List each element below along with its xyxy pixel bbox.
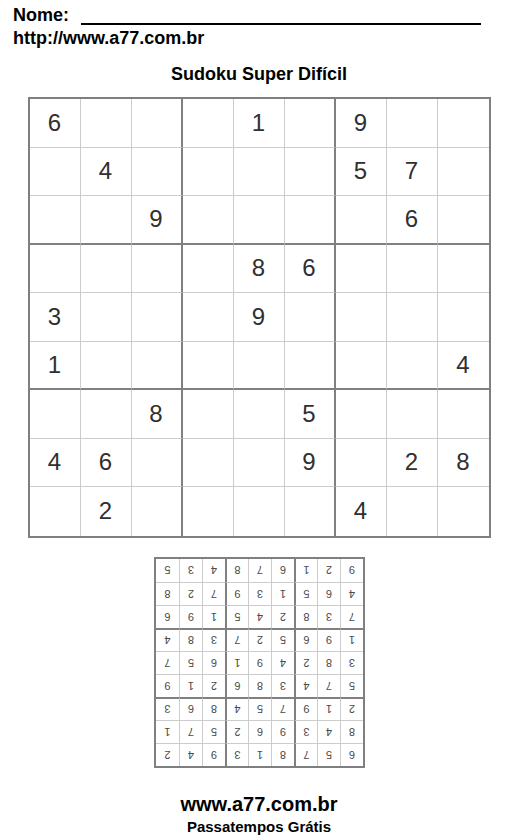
sudoku-cell: 9 [285, 439, 336, 488]
sudoku-cell [132, 293, 183, 342]
solution-cell: 6 [317, 582, 340, 605]
solution-cell: 4 [248, 605, 271, 628]
solution-cell: 3 [340, 651, 363, 674]
sudoku-cell [387, 342, 438, 391]
solution-cell: 5 [294, 582, 317, 605]
sudoku-cell [81, 99, 132, 148]
solution-cell: 1 [202, 605, 225, 628]
solution-cell: 8 [340, 720, 363, 743]
solution-cell: 2 [317, 559, 340, 582]
sudoku-cell [132, 245, 183, 294]
solution-cell: 8 [294, 605, 317, 628]
sudoku-cell: 5 [285, 390, 336, 439]
sudoku-cell [132, 342, 183, 391]
solution-cell: 3 [179, 559, 202, 582]
sudoku-cell [30, 245, 81, 294]
sudoku-cell: 6 [285, 245, 336, 294]
solution-cell: 5 [225, 605, 248, 628]
sudoku-cell: 9 [234, 293, 285, 342]
solution-cell: 9 [248, 651, 271, 674]
sudoku-cell: 6 [81, 439, 132, 488]
solution-cell: 5 [179, 651, 202, 674]
solution-cell: 9 [202, 743, 225, 766]
sudoku-cell [81, 390, 132, 439]
solution-cell: 3 [317, 605, 340, 628]
solution-cell: 2 [225, 720, 248, 743]
sudoku-cell [438, 487, 489, 536]
solution-cell: 9 [340, 559, 363, 582]
sudoku-cell: 6 [387, 196, 438, 245]
solution-cell: 5 [317, 743, 340, 766]
sudoku-cell [81, 342, 132, 391]
sudoku-cell [336, 439, 387, 488]
solution-cell: 2 [179, 582, 202, 605]
footer-tagline: Passatempos Grátis [0, 817, 518, 836]
solution-cell: 4 [271, 651, 294, 674]
solution-cell: 9 [294, 697, 317, 720]
solution-cell: 8 [179, 628, 202, 651]
solution-cell: 7 [271, 697, 294, 720]
solution-cell: 1 [225, 651, 248, 674]
solution-cell: 4 [156, 628, 179, 651]
solution-cell: 2 [248, 628, 271, 651]
sudoku-cell [285, 487, 336, 536]
name-row: Nome: [13, 5, 505, 25]
solution-cell: 5 [156, 559, 179, 582]
solution-cell: 5 [248, 697, 271, 720]
solution-cell: 1 [248, 743, 271, 766]
solution-cell: 9 [156, 674, 179, 697]
sudoku-cell: 4 [81, 148, 132, 197]
sudoku-cell: 9 [132, 196, 183, 245]
solution-cell: 1 [179, 674, 202, 697]
header: Nome: http://www.a77.com.br [0, 0, 518, 49]
sudoku-cell [285, 196, 336, 245]
sudoku-cell [81, 245, 132, 294]
solution-cell: 8 [202, 697, 225, 720]
solution-cell: 9 [317, 628, 340, 651]
sudoku-cell: 8 [438, 439, 489, 488]
sudoku-cell [183, 293, 234, 342]
sudoku-cell [183, 99, 234, 148]
solution-cell: 4 [340, 582, 363, 605]
solution-cell: 6 [179, 697, 202, 720]
sudoku-cell [234, 342, 285, 391]
sudoku-cell [234, 196, 285, 245]
solution-cell: 1 [317, 697, 340, 720]
sudoku-cell [183, 342, 234, 391]
sudoku-cell: 3 [30, 293, 81, 342]
name-label: Nome: [13, 5, 69, 25]
name-blank-line [81, 7, 481, 25]
solution-cell: 2 [156, 743, 179, 766]
sudoku-cell [30, 390, 81, 439]
solution-cell: 8 [225, 559, 248, 582]
solution-cell: 4 [202, 559, 225, 582]
sudoku-cell [336, 342, 387, 391]
sudoku-cell [387, 293, 438, 342]
solution-cell: 4 [225, 697, 248, 720]
sudoku-cell [234, 439, 285, 488]
site-url: http://www.a77.com.br [13, 28, 505, 49]
solution-cell: 6 [340, 743, 363, 766]
sudoku-cell [234, 390, 285, 439]
sudoku-cell [336, 390, 387, 439]
solution-cell: 1 [271, 582, 294, 605]
sudoku-cell [183, 148, 234, 197]
solution-cell: 6 [271, 559, 294, 582]
solution-cell: 7 [202, 582, 225, 605]
sudoku-cell [30, 487, 81, 536]
sudoku-cell: 2 [387, 439, 438, 488]
sudoku-cell: 6 [30, 99, 81, 148]
sudoku-cell: 8 [132, 390, 183, 439]
sudoku-cell [183, 245, 234, 294]
sudoku-cell: 9 [336, 99, 387, 148]
solution-cell: 6 [225, 674, 248, 697]
solution-cell: 6 [202, 651, 225, 674]
sudoku-cell: 5 [336, 148, 387, 197]
solution-cell: 3 [294, 720, 317, 743]
sudoku-cell [234, 487, 285, 536]
sudoku-cell [183, 390, 234, 439]
sudoku-cell [336, 293, 387, 342]
solution-cell: 1 [294, 559, 317, 582]
solution-cell: 2 [271, 605, 294, 628]
solution-cell: 7 [317, 674, 340, 697]
solution-cell: 9 [225, 582, 248, 605]
sudoku-cell [132, 487, 183, 536]
solution-cell: 1 [340, 628, 363, 651]
sudoku-cell [438, 148, 489, 197]
sudoku-cell [183, 487, 234, 536]
sudoku-cell: 2 [81, 487, 132, 536]
sudoku-cell [438, 196, 489, 245]
sudoku-cell: 1 [234, 99, 285, 148]
sudoku-cell: 4 [438, 342, 489, 391]
solution-cell: 5 [271, 628, 294, 651]
sudoku-cell [285, 342, 336, 391]
solution-grid-rotated: 6578139428439625712197548635743862193824… [154, 557, 365, 768]
sudoku-cell [336, 196, 387, 245]
sudoku-cell [387, 390, 438, 439]
solution-cell: 9 [179, 605, 202, 628]
sudoku-cell [132, 148, 183, 197]
sudoku-cell [30, 148, 81, 197]
solution-cell: 8 [248, 674, 271, 697]
solution-cell: 6 [248, 720, 271, 743]
sudoku-cell [438, 245, 489, 294]
sudoku-cell [387, 99, 438, 148]
solution-cell: 3 [225, 743, 248, 766]
sudoku-cell [30, 196, 81, 245]
sudoku-cell [438, 99, 489, 148]
sudoku-cell [438, 390, 489, 439]
solution-cell: 8 [271, 743, 294, 766]
solution-cell: 2 [294, 651, 317, 674]
sudoku-cell [387, 487, 438, 536]
sudoku-cell [336, 245, 387, 294]
solution-cell: 3 [271, 674, 294, 697]
sudoku-cell [132, 439, 183, 488]
sudoku-cell [183, 196, 234, 245]
solution-cell: 6 [156, 605, 179, 628]
sudoku-cell [387, 245, 438, 294]
sudoku-cell [285, 148, 336, 197]
solution-cell: 8 [317, 651, 340, 674]
sudoku-cell [183, 439, 234, 488]
solution-cell: 7 [156, 651, 179, 674]
solution-cell: 3 [248, 582, 271, 605]
solution-cell: 7 [248, 559, 271, 582]
solution-cell: 4 [294, 674, 317, 697]
sudoku-cell: 8 [234, 245, 285, 294]
sudoku-grid: 61945796863914854692824 [28, 97, 491, 538]
sudoku-cell [438, 293, 489, 342]
sudoku-cell: 4 [30, 439, 81, 488]
puzzle-title: Sudoku Super Difícil [0, 64, 518, 85]
sudoku-cell [81, 196, 132, 245]
sudoku-cell: 7 [387, 148, 438, 197]
solution-cell: 5 [340, 674, 363, 697]
solution-cell: 3 [202, 628, 225, 651]
solution-cell: 7 [294, 743, 317, 766]
sudoku-cell: 4 [336, 487, 387, 536]
sudoku-cell [81, 293, 132, 342]
sudoku-cell [234, 148, 285, 197]
solution-cell: 5 [202, 720, 225, 743]
sudoku-cell [285, 99, 336, 148]
solution-cell: 7 [225, 628, 248, 651]
solution-cell: 6 [294, 628, 317, 651]
solution-cell: 4 [317, 720, 340, 743]
solution-cell: 7 [340, 605, 363, 628]
sudoku-cell [132, 99, 183, 148]
solution-cell: 2 [340, 697, 363, 720]
solution-cell: 3 [156, 697, 179, 720]
solution-cell: 8 [156, 582, 179, 605]
solution-cell: 7 [179, 720, 202, 743]
page: Nome: http://www.a77.com.br Sudoku Super… [0, 0, 518, 840]
sudoku-cell: 1 [30, 342, 81, 391]
solution-cell: 4 [179, 743, 202, 766]
footer-site-url: www.a77.com.br [0, 793, 518, 816]
solution-cell: 1 [156, 720, 179, 743]
footer: www.a77.com.br Passatempos Grátis [0, 793, 518, 836]
sudoku-cell [285, 293, 336, 342]
solution-cell: 9 [271, 720, 294, 743]
solution-cell: 2 [202, 674, 225, 697]
